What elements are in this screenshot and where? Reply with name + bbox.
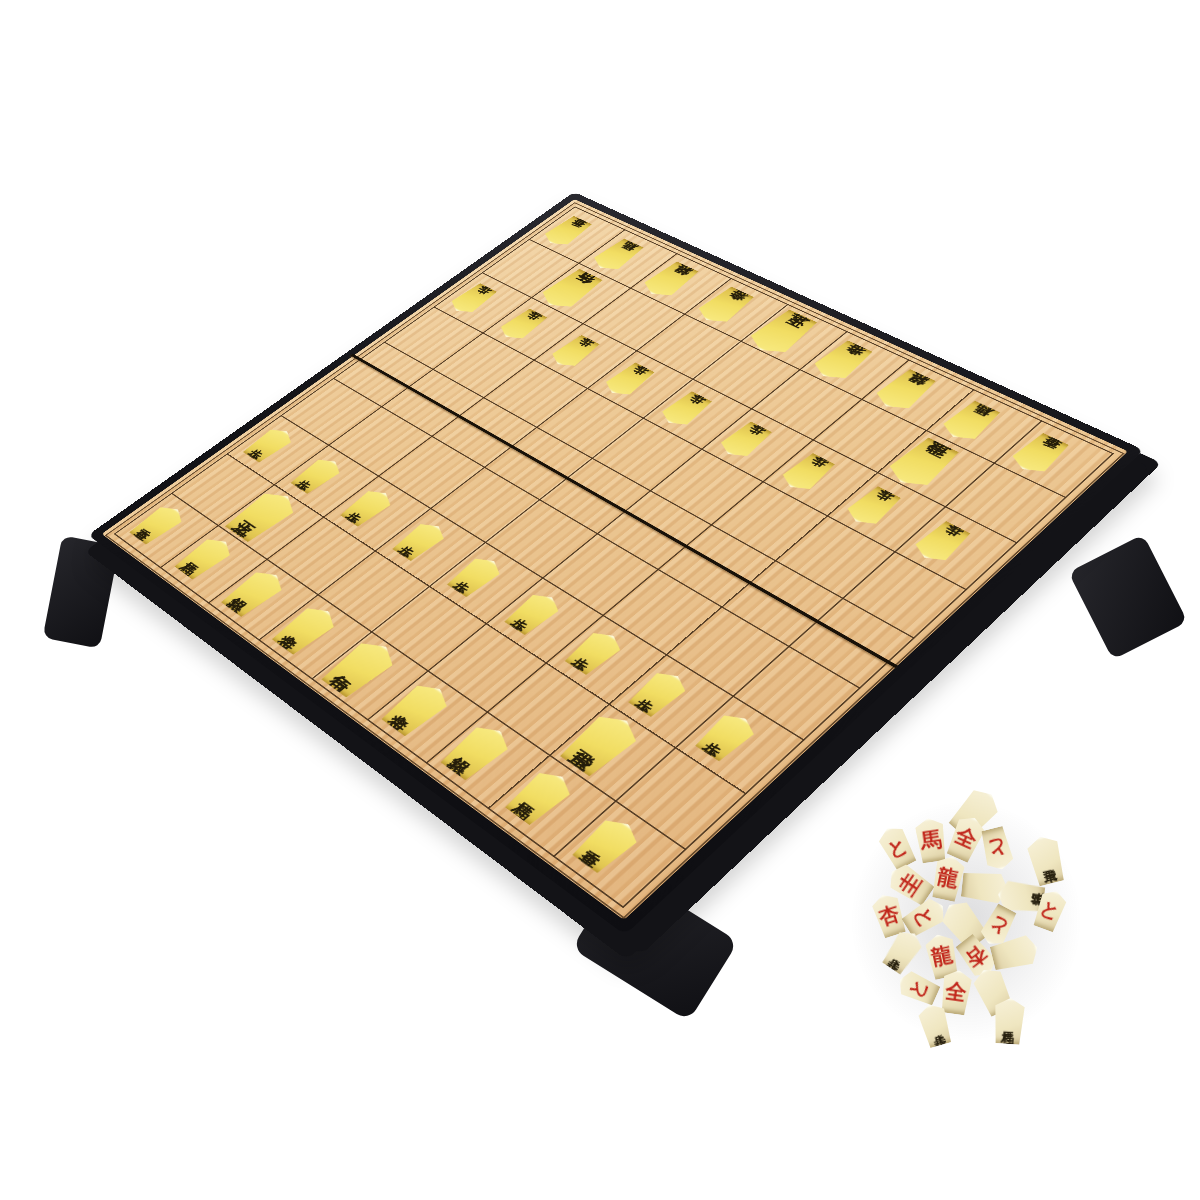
piece-6i[interactable]: 金将 xyxy=(264,598,348,661)
piece-5i[interactable]: 角行 xyxy=(312,631,409,704)
scene: 香車桂馬銀将金将玉将金将銀将桂馬香車角行飛車歩兵歩兵歩兵歩兵歩兵歩兵歩兵歩兵歩兵… xyxy=(0,0,1200,1200)
piece-3a[interactable]: 銀将 xyxy=(863,364,946,417)
piece-kanji: 王将 xyxy=(255,510,269,520)
piece-8h[interactable]: 王将 xyxy=(216,483,308,548)
pile-piece-kanji: と xyxy=(1038,898,1063,923)
piece-3i[interactable]: 銀将 xyxy=(431,716,523,788)
piece-kanji: 桂馬 xyxy=(199,553,211,561)
piece-kanji: 銀将 xyxy=(896,386,912,394)
piece-kanji: 歩兵 xyxy=(800,469,814,476)
piece-6g[interactable]: 歩兵 xyxy=(385,516,455,566)
piece-2g[interactable]: 歩兵 xyxy=(620,664,698,723)
piece-kanji: 桂馬 xyxy=(532,791,547,802)
piece-kanji: 歩兵 xyxy=(527,609,540,617)
piece-kanji: 金将 xyxy=(299,624,313,634)
piece-8c[interactable]: 歩兵 xyxy=(491,305,554,345)
piece-4g[interactable]: 歩兵 xyxy=(497,586,571,640)
piece-kanji: 歩兵 xyxy=(414,537,426,545)
piece-8a[interactable]: 桂馬 xyxy=(583,235,651,276)
pile-piece-kanji: 龍 xyxy=(930,944,955,969)
pile-piece-kanji: 馬 xyxy=(919,828,943,852)
piece-2a[interactable]: 桂馬 xyxy=(931,396,1011,447)
piece-2h[interactable]: 飛車 xyxy=(549,704,653,785)
piece-3g[interactable]: 歩兵 xyxy=(557,624,633,680)
piece-kanji: 歩兵 xyxy=(312,471,323,478)
pile-piece-kanji: 歩兵 xyxy=(898,948,908,955)
piece-kanji: 香車 xyxy=(153,520,164,528)
piece-4a[interactable]: 金将 xyxy=(802,336,883,387)
piece-kanji: 桂馬 xyxy=(611,252,623,258)
pile-piece-kanji: 銀将 xyxy=(1020,891,1021,904)
piece-kanji: 歩兵 xyxy=(622,376,634,382)
piece-kanji: 歩兵 xyxy=(652,688,666,697)
piece-kanji: 銀将 xyxy=(248,588,261,597)
piece-8b[interactable]: 角行 xyxy=(529,264,611,315)
pile-piece-kanji: 全 xyxy=(944,980,968,1004)
piece-7c[interactable]: 歩兵 xyxy=(542,331,607,372)
piece-kanji: 香車 xyxy=(1031,450,1047,458)
piece-kanji: 金将 xyxy=(717,302,731,309)
piece-4i[interactable]: 金将 xyxy=(373,675,462,743)
piece-kanji: 歩兵 xyxy=(738,436,751,443)
piece-kanji: 飛車 xyxy=(592,737,611,750)
pile-piece-kanji: 杏 xyxy=(876,902,901,927)
piece-8i[interactable]: 桂馬 xyxy=(168,531,242,585)
piece-kanji: 歩兵 xyxy=(469,572,481,580)
piece-kanji: 金将 xyxy=(409,703,424,714)
pile-piece-kanji: 飛車 xyxy=(1040,858,1053,861)
piece-1g[interactable]: 歩兵 xyxy=(686,705,767,767)
piece-kanji: 金将 xyxy=(834,357,849,365)
piece-8g[interactable]: 歩兵 xyxy=(284,452,350,498)
piece-9c[interactable]: 歩兵 xyxy=(442,280,504,318)
piece-kanji: 銀将 xyxy=(663,276,677,283)
pile-piece-kanji: と xyxy=(985,837,1010,861)
piece-9i[interactable]: 香車 xyxy=(123,499,193,549)
piece-7a[interactable]: 銀将 xyxy=(632,257,707,302)
piece-kanji: 歩兵 xyxy=(865,502,879,510)
piece-7i[interactable]: 銀将 xyxy=(213,563,295,623)
piece-kanji: 歩兵 xyxy=(934,538,949,546)
piece-kanji: 桂馬 xyxy=(962,417,978,425)
piece-7g[interactable]: 歩兵 xyxy=(334,483,402,531)
pile-piece-kanji: 龍 xyxy=(936,866,961,891)
piece-kanji: 香車 xyxy=(599,838,615,849)
piece-6c[interactable]: 歩兵 xyxy=(595,358,662,401)
board-foot-left xyxy=(43,535,120,648)
piece-kanji: 歩兵 xyxy=(362,503,373,510)
piece-pile: と馬全と飛車圭龍銀将と杏とと歩兵龍杏と全桂馬歩兵 xyxy=(856,778,1116,1068)
piece-4c[interactable]: 歩兵 xyxy=(710,417,780,463)
piece-5a[interactable]: 玉将 xyxy=(736,304,828,361)
piece-1c[interactable]: 歩兵 xyxy=(903,516,980,569)
piece-6a[interactable]: 金将 xyxy=(686,282,762,329)
piece-kanji: 角行 xyxy=(563,286,578,293)
piece-kanji: 玉将 xyxy=(773,328,790,336)
piece-5g[interactable]: 歩兵 xyxy=(440,550,512,602)
piece-kanji: 角行 xyxy=(352,662,368,673)
piece-kanji: 銀将 xyxy=(469,745,485,756)
piece-kanji: 歩兵 xyxy=(568,348,580,354)
piece-2i[interactable]: 桂馬 xyxy=(496,762,584,832)
piece-5c[interactable]: 歩兵 xyxy=(651,387,720,432)
piece-9a[interactable]: 香車 xyxy=(535,212,599,250)
piece-kanji: 歩兵 xyxy=(264,441,274,448)
piece-kanji: 歩兵 xyxy=(719,731,734,741)
piece-1i[interactable]: 香車 xyxy=(563,809,651,880)
piece-kanji: 歩兵 xyxy=(588,647,602,656)
piece-kanji: 歩兵 xyxy=(467,296,478,302)
piece-3c[interactable]: 歩兵 xyxy=(771,448,843,496)
piece-2c[interactable]: 歩兵 xyxy=(835,481,909,532)
piece-1a[interactable]: 香車 xyxy=(1000,428,1079,480)
piece-kanji: 飛車 xyxy=(913,458,932,468)
pile-piece-kanji: 桂馬 xyxy=(1003,1021,1016,1022)
piece-kanji: 歩兵 xyxy=(679,406,692,413)
piece-kanji: 香車 xyxy=(561,229,572,234)
pile-piece-kanji: 歩兵 xyxy=(929,1023,941,1026)
piece-2b[interactable]: 飛車 xyxy=(874,432,971,496)
piece-9g[interactable]: 歩兵 xyxy=(237,422,302,466)
piece-kanji: 歩兵 xyxy=(517,322,528,328)
board-foot-right xyxy=(1068,534,1187,659)
